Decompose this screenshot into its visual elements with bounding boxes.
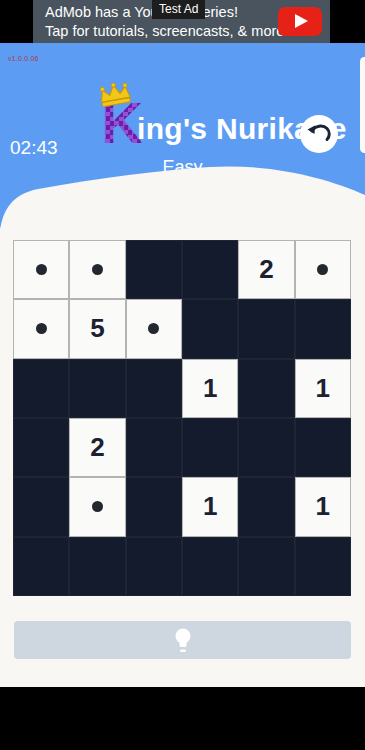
grid-cell-r1c3[interactable] [126,240,182,299]
grid-cell-r4c3[interactable] [126,418,182,477]
youtube-play-icon[interactable] [278,7,322,36]
grid-cell-r1c4[interactable] [182,240,238,299]
grid-cell-r4c1[interactable] [13,418,69,477]
grid-cell-r6c1[interactable] [13,537,69,596]
grid-cell-r1c2[interactable] [69,240,125,299]
clue-number: 5 [90,313,104,344]
test-ad-badge: Test Ad [152,0,205,19]
grid-cell-r3c2[interactable] [69,359,125,418]
grid-cell-r5c6[interactable]: 1 [295,477,351,536]
grid-cell-r3c3[interactable] [126,359,182,418]
grid-cell-r4c4[interactable] [182,418,238,477]
grid-cell-r5c4[interactable]: 1 [182,477,238,536]
grid-cell-r3c5[interactable] [238,359,294,418]
grid-cell-r2c1[interactable] [13,299,69,358]
nurikabe-board: 2511211 [13,240,351,596]
grid-cell-r3c1[interactable] [13,359,69,418]
clue-number: 1 [203,491,217,522]
clue-number: 2 [259,254,273,285]
grid-cell-r3c6[interactable]: 1 [295,359,351,418]
lightbulb-icon [171,627,195,653]
navigation-bar-area [0,687,365,750]
grid-cell-r1c1[interactable] [13,240,69,299]
white-mark-dot [36,323,47,334]
grid-cell-r2c5[interactable] [238,299,294,358]
header-right-curve [360,57,365,153]
grid-cell-r4c2[interactable]: 2 [69,418,125,477]
grid-cell-r2c2[interactable]: 5 [69,299,125,358]
grid-cell-r1c6[interactable] [295,240,351,299]
white-mark-dot [92,264,103,275]
clue-number: 1 [203,373,217,404]
undo-button[interactable] [300,115,338,153]
grid-cell-r6c3[interactable] [126,537,182,596]
version-label: v1.0.0.06 [8,55,39,62]
grid-cell-r5c1[interactable] [13,477,69,536]
grid-cell-r3c4[interactable]: 1 [182,359,238,418]
grid-cell-r6c5[interactable] [238,537,294,596]
grid-cell-r5c5[interactable] [238,477,294,536]
clue-number: 1 [316,373,330,404]
app-screen: AdMob has a YouTube series! Tap for tuto… [0,0,365,750]
white-mark-dot [36,264,47,275]
grid-cell-r4c6[interactable] [295,418,351,477]
grid-cell-r2c6[interactable] [295,299,351,358]
grid-cell-r5c3[interactable] [126,477,182,536]
clue-number: 2 [90,432,104,463]
clue-number: 1 [316,491,330,522]
white-mark-dot [92,501,103,512]
timer: 02:43 [10,137,58,159]
grid-cell-r6c6[interactable] [295,537,351,596]
grid-cell-r6c2[interactable] [69,537,125,596]
hint-button[interactable] [14,621,351,659]
ad-strip: AdMob has a YouTube series! Tap for tuto… [0,0,365,43]
play-triangle-icon [295,14,308,28]
white-mark-dot [148,323,159,334]
grid-cell-r5c2[interactable] [69,477,125,536]
ad-line2: Tap for tutorials, screencasts, & more. [45,22,288,41]
card-wave-edge [0,160,365,230]
undo-icon [300,115,338,153]
grid-cell-r2c3[interactable] [126,299,182,358]
grid-cell-r2c4[interactable] [182,299,238,358]
grid-cell-r4c5[interactable] [238,418,294,477]
grid-cell-r1c5[interactable]: 2 [238,240,294,299]
white-mark-dot [317,264,328,275]
grid-cell-r6c4[interactable] [182,537,238,596]
